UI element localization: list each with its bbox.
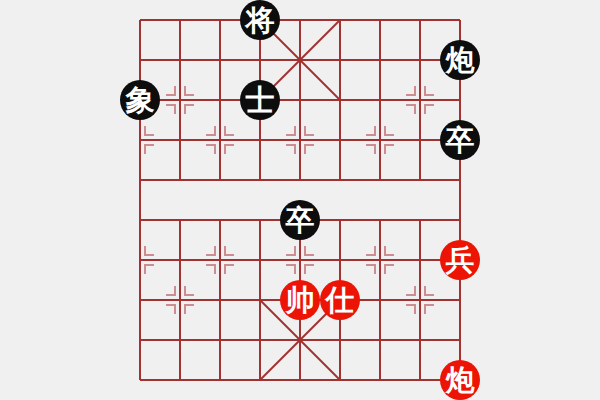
piece-red-advisor[interactable]: 仕 <box>320 280 360 320</box>
piece-black-pawn[interactable]: 卒 <box>280 200 320 240</box>
piece-black-cannon[interactable]: 炮 <box>440 40 480 80</box>
piece-black-elephant[interactable]: 象 <box>120 80 160 120</box>
piece-red-pawn[interactable]: 兵 <box>440 240 480 280</box>
xiangqi-diagram: 将炮象士卒卒兵帅仕炮 <box>0 0 600 400</box>
piece-black-advisor[interactable]: 士 <box>240 80 280 120</box>
xiangqi-board: 将炮象士卒卒兵帅仕炮 <box>120 0 480 400</box>
piece-black-general[interactable]: 将 <box>240 0 280 40</box>
piece-red-general[interactable]: 帅 <box>280 280 320 320</box>
piece-red-cannon[interactable]: 炮 <box>440 360 480 400</box>
piece-black-pawn[interactable]: 卒 <box>440 120 480 160</box>
